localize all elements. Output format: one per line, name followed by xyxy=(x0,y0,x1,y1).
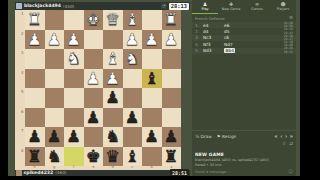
square-a2[interactable]: ♟ xyxy=(162,30,182,50)
square-h2[interactable]: ♟ xyxy=(25,30,45,50)
black-move[interactable]: Nd7 xyxy=(224,42,245,47)
black-move[interactable]: e6 xyxy=(224,23,245,28)
black-pawn-piece: ♟ xyxy=(25,127,45,147)
move-number: 4. xyxy=(195,42,203,47)
square-g2[interactable]: ♟ xyxy=(45,30,65,50)
black-move[interactable]: d5 xyxy=(224,29,245,34)
new-game-alert[interactable]: NEW GAME blackjack4494 (450) vs. spiked4… xyxy=(195,152,293,168)
alert-line1: blackjack4494 (450) vs. spiked4232 (460) xyxy=(195,158,293,162)
white-move[interactable]: e4 xyxy=(203,23,224,28)
square-h7[interactable]: ♟ xyxy=(25,127,45,147)
move-san[interactable]: c6 xyxy=(224,35,229,40)
white-pawn-piece: ♟ xyxy=(162,30,182,50)
square-d7[interactable]: ♞ xyxy=(103,127,123,147)
rank-label: 3 xyxy=(15,49,25,69)
chat-input[interactable]: Send a message... xyxy=(195,169,230,174)
black-pawn-piece: ♟ xyxy=(45,127,65,147)
black-pawn-piece: ♟ xyxy=(103,88,123,108)
move-san[interactable]: Bb4 xyxy=(224,48,235,53)
square-d3[interactable]: ♝ xyxy=(103,49,123,69)
white-rook-piece: ♜ xyxy=(25,10,45,30)
opening-row: French Defense ⚙ xyxy=(192,14,296,22)
side-panel: ♟Play✚New Game≡Games☻Players French Defe… xyxy=(192,0,296,176)
black-rook-piece: ♜ xyxy=(162,147,182,167)
black-bishop-piece: ♝ xyxy=(123,147,143,167)
square-d6[interactable] xyxy=(103,108,123,128)
move-navigation: «‹›» xyxy=(274,133,293,139)
last-move-button[interactable]: » xyxy=(290,133,293,139)
alert-title: NEW GAME xyxy=(195,152,293,157)
rank-coordinates: 12345678 xyxy=(15,10,25,166)
square-a8[interactable]: ♜ xyxy=(162,147,182,167)
square-c2[interactable]: ♟ xyxy=(123,30,143,50)
move-number: 3. xyxy=(195,35,203,40)
flag-icon: ⚑ xyxy=(217,134,221,139)
top-player-bar: blackjack4494 (450) ◔ 28:13 xyxy=(15,2,190,10)
draw-button[interactable]: ½ Draw xyxy=(195,134,212,139)
tab-play[interactable]: ♟Play xyxy=(192,1,218,14)
white-pawn-piece: ♟ xyxy=(25,30,45,50)
draw-icon: ½ xyxy=(195,134,199,139)
flip-board-icon[interactable]: ⇄ xyxy=(289,141,293,146)
gear-icon[interactable]: ⚙ xyxy=(289,16,293,21)
first-move-button[interactable]: « xyxy=(274,133,277,139)
white-pawn-piece: ♟ xyxy=(84,69,104,89)
rank-label: 8 xyxy=(15,147,25,167)
white-move[interactable]: Nc3 xyxy=(203,35,224,40)
prev-move-button[interactable]: ‹ xyxy=(280,133,282,139)
chess-board[interactable]: ♜♚♛♝♜♟♟♟♟♟♟♞♝♞♟♟♝♟♟♟♟♟♟♞♟♟♜♞♚♛♝♜ xyxy=(25,10,181,166)
move-times: 28:5628:51 xyxy=(284,47,293,54)
black-move[interactable]: Bb4 xyxy=(224,48,245,53)
opening-name: French Defense xyxy=(195,16,224,21)
square-e6[interactable]: ♟ xyxy=(84,108,104,128)
move-san[interactable]: d5 xyxy=(224,29,229,34)
black-knight-piece: ♞ xyxy=(103,127,123,147)
white-move[interactable]: Bd3 xyxy=(203,48,224,53)
square-e1[interactable]: ♚ xyxy=(84,10,104,30)
square-b3[interactable] xyxy=(142,49,162,69)
square-b1[interactable] xyxy=(142,10,162,30)
bottom-player-rating: (460) xyxy=(55,170,66,175)
white-pawn-piece: ♟ xyxy=(45,30,65,50)
square-g4[interactable] xyxy=(45,69,65,89)
square-c3[interactable]: ♞ xyxy=(123,49,143,69)
square-c4[interactable] xyxy=(123,69,143,89)
square-f6[interactable] xyxy=(64,108,84,128)
top-player-rating: (450) xyxy=(63,4,74,9)
square-f5[interactable] xyxy=(64,88,84,108)
tab-label: Play xyxy=(201,8,208,12)
square-f1[interactable] xyxy=(64,10,84,30)
rank-label: 5 xyxy=(15,88,25,108)
black-pawn-piece: ♟ xyxy=(123,108,143,128)
rank-label: 7 xyxy=(15,127,25,147)
white-pawn-piece: ♟ xyxy=(142,30,162,50)
move-san[interactable]: Nf3 xyxy=(203,42,210,47)
tab-label: New Game xyxy=(222,8,241,12)
black-pawn-piece: ♟ xyxy=(84,108,104,128)
move-list: 1.e4e629:5829:562.d4d529:5029:433.Nc3c62… xyxy=(192,22,296,54)
square-d4[interactable]: ♟ xyxy=(103,69,123,89)
square-b7[interactable]: ♟ xyxy=(142,127,162,147)
square-g3[interactable] xyxy=(45,49,65,69)
square-d5[interactable]: ♟ xyxy=(103,88,123,108)
square-b4[interactable]: ♝ xyxy=(142,69,162,89)
black-pawn-piece: ♟ xyxy=(162,127,182,147)
square-d2[interactable] xyxy=(103,30,123,50)
game-controls: ½ Draw ⚑ Resign «‹›» xyxy=(192,130,296,141)
black-queen-piece: ♛ xyxy=(103,147,123,167)
square-h6[interactable] xyxy=(25,108,45,128)
square-c6[interactable]: ♟ xyxy=(123,108,143,128)
square-a5[interactable] xyxy=(162,88,182,108)
bottom-player-bar: spiked4232 (460) 28:51 xyxy=(15,170,190,177)
black-pawn-piece: ♟ xyxy=(142,127,162,147)
tab-label: Players xyxy=(277,8,289,12)
white-pawn-piece: ♟ xyxy=(103,69,123,89)
top-player-avatar[interactable] xyxy=(16,3,22,9)
bottom-player-clock: 28:51 xyxy=(170,169,189,176)
square-h1[interactable]: ♜ xyxy=(25,10,45,30)
square-e7[interactable] xyxy=(84,127,104,147)
white-pawn-piece: ♟ xyxy=(123,30,143,50)
white-pawn-piece: ♟ xyxy=(64,30,84,50)
square-c8[interactable]: ♝ xyxy=(123,147,143,167)
square-g8[interactable]: ♞ xyxy=(45,147,65,167)
white-bishop-piece: ♝ xyxy=(123,10,143,30)
white-bishop-piece: ♝ xyxy=(103,49,123,69)
square-e3[interactable] xyxy=(84,49,104,69)
white-move[interactable]: Nf3 xyxy=(203,42,224,47)
square-a7[interactable]: ♟ xyxy=(162,127,182,147)
square-d1[interactable]: ♛ xyxy=(103,10,123,30)
move-san[interactable]: e4 xyxy=(203,23,208,28)
rank-label: 1 xyxy=(15,10,25,30)
smiley-icon[interactable]: ☺ xyxy=(288,169,293,174)
top-player-clock: 28:13 xyxy=(169,3,189,10)
black-bishop-piece: ♝ xyxy=(142,69,162,89)
tab-label: Games xyxy=(251,8,263,12)
black-king-piece: ♚ xyxy=(84,147,104,167)
square-f8[interactable] xyxy=(64,147,84,167)
square-h4[interactable] xyxy=(25,69,45,89)
square-a4[interactable] xyxy=(162,69,182,89)
white-queen-piece: ♛ xyxy=(103,10,123,30)
square-h8[interactable]: ♜ xyxy=(25,147,45,167)
panel-tabs: ♟Play✚New Game≡Games☻Players xyxy=(192,0,296,14)
square-e8[interactable]: ♚ xyxy=(84,147,104,167)
square-h3[interactable] xyxy=(25,49,45,69)
tab-players[interactable]: ☻Players xyxy=(270,1,296,14)
white-knight-piece: ♞ xyxy=(64,49,84,69)
square-f2[interactable]: ♟ xyxy=(64,30,84,50)
square-e5[interactable] xyxy=(84,88,104,108)
square-d8[interactable]: ♛ xyxy=(103,147,123,167)
square-c7[interactable] xyxy=(123,127,143,147)
bottom-player-name[interactable]: spiked4232 xyxy=(24,170,54,176)
white-knight-piece: ♞ xyxy=(123,49,143,69)
square-g6[interactable] xyxy=(45,108,65,128)
square-g1[interactable] xyxy=(45,10,65,30)
black-knight-piece: ♞ xyxy=(45,147,65,167)
rank-label: 6 xyxy=(15,108,25,128)
square-b6[interactable] xyxy=(142,108,162,128)
square-e4[interactable]: ♟ xyxy=(84,69,104,89)
alert-line2: Rated • 30 min xyxy=(195,163,293,167)
square-b8[interactable] xyxy=(142,147,162,167)
tab-new-game[interactable]: ✚New Game xyxy=(218,1,244,14)
app-background: blackjack4494 (450) ◔ 28:13 12345678 ♜♚♛… xyxy=(8,0,300,176)
bottom-player-avatar[interactable] xyxy=(16,170,22,176)
rank-label: 2 xyxy=(15,30,25,50)
square-a6[interactable] xyxy=(162,108,182,128)
move-san[interactable]: Nd7 xyxy=(224,42,233,47)
square-g5[interactable] xyxy=(45,88,65,108)
white-king-piece: ♚ xyxy=(84,10,104,30)
square-b5[interactable] xyxy=(142,88,162,108)
square-e2[interactable] xyxy=(84,30,104,50)
resign-button[interactable]: ⚑ Resign xyxy=(217,134,237,139)
black-move-time: 28:51 xyxy=(284,51,293,54)
square-c5[interactable] xyxy=(123,88,143,108)
black-move[interactable]: c6 xyxy=(224,35,245,40)
square-a3[interactable] xyxy=(162,49,182,69)
square-c1[interactable]: ♝ xyxy=(123,10,143,30)
square-b2[interactable]: ♟ xyxy=(142,30,162,50)
share-icon[interactable]: ⇧ xyxy=(282,141,286,146)
move-number: 5. xyxy=(195,48,203,53)
tab-games[interactable]: ≡Games xyxy=(244,1,270,14)
move-san[interactable]: e6 xyxy=(224,23,229,28)
move-san[interactable]: d4 xyxy=(203,29,208,34)
white-move[interactable]: d4 xyxy=(203,29,224,34)
utility-icons: ⇧⇄ xyxy=(282,141,293,146)
move-row: 5.Bd3Bb428:5628:51 xyxy=(192,48,296,54)
move-san[interactable]: Bd3 xyxy=(203,48,211,53)
chat-bar[interactable]: Send a message... ☺ xyxy=(195,169,293,174)
square-a1[interactable]: ♜ xyxy=(162,10,182,30)
top-player-name[interactable]: blackjack4494 xyxy=(24,3,61,9)
white-rook-piece: ♜ xyxy=(162,10,182,30)
square-f7[interactable]: ♟ xyxy=(64,127,84,147)
square-h5[interactable] xyxy=(25,88,45,108)
next-move-button[interactable]: › xyxy=(285,133,287,139)
black-rook-piece: ♜ xyxy=(25,147,45,167)
black-pawn-piece: ♟ xyxy=(64,127,84,147)
rank-label: 4 xyxy=(15,69,25,89)
square-f3[interactable]: ♞ xyxy=(64,49,84,69)
move-san[interactable]: Nc3 xyxy=(203,35,211,40)
timer-icon: ◔ xyxy=(161,3,167,9)
square-f4[interactable] xyxy=(64,69,84,89)
move-number: 2. xyxy=(195,29,203,34)
square-g7[interactable]: ♟ xyxy=(45,127,65,147)
screen: blackjack4494 (450) ◔ 28:13 12345678 ♜♚♛… xyxy=(0,0,320,180)
move-number: 1. xyxy=(195,23,203,28)
